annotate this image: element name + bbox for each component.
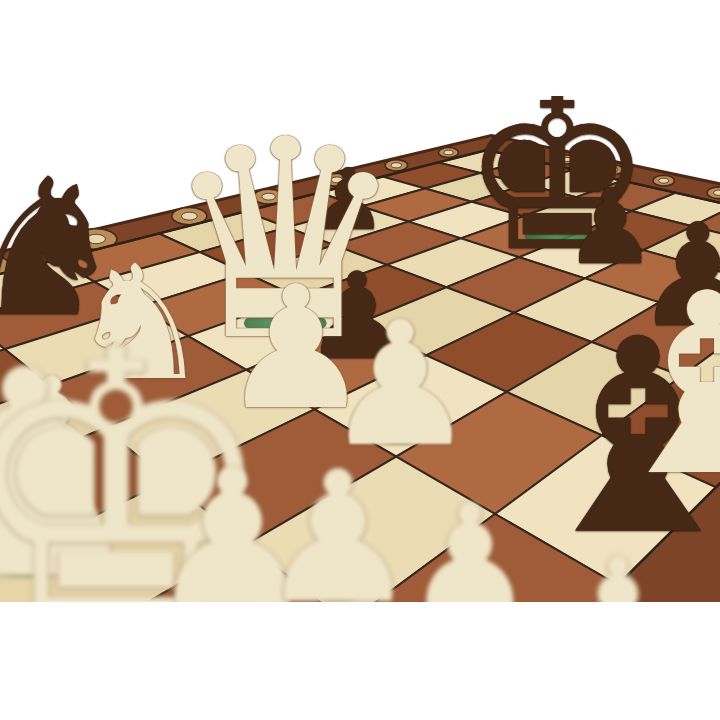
piece-white-pawn-f2: ♟	[559, 540, 677, 602]
piece-white-pawn-d2: ♟	[256, 447, 419, 602]
piece-white-bishop-h4: ♝	[595, 261, 720, 511]
photo-content-area: ♚♞♟♟♟♟♝♛♞♟♟♟♝♟♚♟♟♟♟	[0, 96, 720, 602]
border-rosette-center	[444, 150, 453, 155]
piece-white-pawn-e2: ♟	[405, 485, 535, 602]
border-rosette-center	[659, 178, 669, 183]
product-photo: ♚♞♟♟♟♟♝♛♞♟♟♟♝♟♚♟♟♟♟	[0, 0, 720, 720]
